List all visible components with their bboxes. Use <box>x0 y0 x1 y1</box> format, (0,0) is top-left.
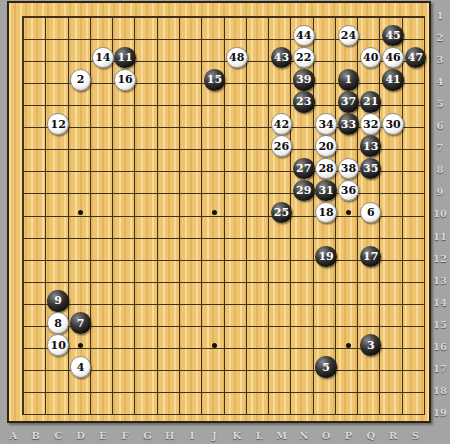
intersection-K15[interactable] <box>226 312 248 334</box>
intersection-R17[interactable] <box>382 356 404 378</box>
intersection-G10[interactable] <box>136 201 158 223</box>
intersection-M2[interactable] <box>270 25 292 47</box>
intersection-G6[interactable] <box>136 113 158 135</box>
intersection-Q12[interactable]: 17 <box>360 246 382 268</box>
intersection-E9[interactable] <box>92 179 114 201</box>
intersection-K14[interactable] <box>226 290 248 312</box>
intersection-I8[interactable] <box>181 157 203 179</box>
intersection-N15[interactable] <box>293 312 315 334</box>
intersection-J1[interactable] <box>203 2 225 24</box>
intersection-G5[interactable] <box>136 91 158 113</box>
intersection-L17[interactable] <box>248 356 270 378</box>
intersection-D19[interactable] <box>69 400 91 422</box>
intersection-C13[interactable] <box>47 268 69 290</box>
intersection-J19[interactable] <box>203 400 225 422</box>
intersection-K1[interactable] <box>226 2 248 24</box>
intersection-F12[interactable] <box>114 246 136 268</box>
intersection-P15[interactable] <box>337 312 359 334</box>
intersection-R18[interactable] <box>382 378 404 400</box>
intersection-F7[interactable] <box>114 135 136 157</box>
intersection-F17[interactable] <box>114 356 136 378</box>
intersection-H12[interactable] <box>159 246 181 268</box>
intersection-L12[interactable] <box>248 246 270 268</box>
intersection-H15[interactable] <box>159 312 181 334</box>
intersection-F2[interactable] <box>114 25 136 47</box>
intersection-G18[interactable] <box>136 378 158 400</box>
intersection-G12[interactable] <box>136 246 158 268</box>
intersection-D5[interactable] <box>69 91 91 113</box>
intersection-P1[interactable] <box>337 2 359 24</box>
intersection-C11[interactable] <box>47 224 69 246</box>
intersection-G7[interactable] <box>136 135 158 157</box>
intersection-R19[interactable] <box>382 400 404 422</box>
intersection-S4[interactable] <box>404 69 426 91</box>
intersection-P3[interactable] <box>337 47 359 69</box>
intersection-K8[interactable] <box>226 157 248 179</box>
intersection-J7[interactable] <box>203 135 225 157</box>
intersection-S17[interactable] <box>404 356 426 378</box>
intersection-N13[interactable] <box>293 268 315 290</box>
intersection-H3[interactable] <box>159 47 181 69</box>
intersection-E7[interactable] <box>92 135 114 157</box>
intersection-Q17[interactable] <box>360 356 382 378</box>
intersection-A14[interactable] <box>2 290 24 312</box>
intersection-Q8[interactable]: 35 <box>360 157 382 179</box>
intersection-E8[interactable] <box>92 157 114 179</box>
intersection-B3[interactable] <box>25 47 47 69</box>
intersection-L11[interactable] <box>248 224 270 246</box>
intersection-H10[interactable] <box>159 201 181 223</box>
intersection-Q15[interactable] <box>360 312 382 334</box>
intersection-O7[interactable]: 20 <box>315 135 337 157</box>
intersection-O14[interactable] <box>315 290 337 312</box>
intersection-N16[interactable] <box>293 334 315 356</box>
intersection-M10[interactable]: 25 <box>270 201 292 223</box>
intersection-S15[interactable] <box>404 312 426 334</box>
intersection-B6[interactable] <box>25 113 47 135</box>
intersection-E11[interactable] <box>92 224 114 246</box>
intersection-E18[interactable] <box>92 378 114 400</box>
intersection-O2[interactable] <box>315 25 337 47</box>
intersection-C8[interactable] <box>47 157 69 179</box>
intersection-R2[interactable]: 45 <box>382 25 404 47</box>
intersection-I7[interactable] <box>181 135 203 157</box>
intersection-O12[interactable]: 19 <box>315 246 337 268</box>
intersection-S2[interactable] <box>404 25 426 47</box>
intersection-M3[interactable]: 43 <box>270 47 292 69</box>
intersection-G19[interactable] <box>136 400 158 422</box>
intersection-R5[interactable] <box>382 91 404 113</box>
intersection-O3[interactable] <box>315 47 337 69</box>
intersection-B15[interactable] <box>25 312 47 334</box>
intersection-F9[interactable] <box>114 179 136 201</box>
intersection-A8[interactable] <box>2 157 24 179</box>
intersection-K17[interactable] <box>226 356 248 378</box>
intersection-Q14[interactable] <box>360 290 382 312</box>
intersection-C1[interactable] <box>47 2 69 24</box>
intersection-D17[interactable]: 4 <box>69 356 91 378</box>
intersection-K16[interactable] <box>226 334 248 356</box>
intersection-A10[interactable] <box>2 201 24 223</box>
intersection-S19[interactable] <box>404 400 426 422</box>
intersection-B13[interactable] <box>25 268 47 290</box>
intersection-K12[interactable] <box>226 246 248 268</box>
intersection-Q9[interactable] <box>360 179 382 201</box>
intersection-S11[interactable] <box>404 224 426 246</box>
intersection-C18[interactable] <box>47 378 69 400</box>
intersection-H7[interactable] <box>159 135 181 157</box>
intersection-Q2[interactable] <box>360 25 382 47</box>
intersection-I16[interactable] <box>181 334 203 356</box>
intersection-S8[interactable] <box>404 157 426 179</box>
intersection-F15[interactable] <box>114 312 136 334</box>
intersection-I13[interactable] <box>181 268 203 290</box>
intersection-S3[interactable]: 47 <box>404 47 426 69</box>
intersection-H16[interactable] <box>159 334 181 356</box>
intersection-B12[interactable] <box>25 246 47 268</box>
intersection-N6[interactable] <box>293 113 315 135</box>
intersection-E3[interactable]: 14 <box>92 47 114 69</box>
intersection-M11[interactable] <box>270 224 292 246</box>
intersection-S18[interactable] <box>404 378 426 400</box>
intersection-K18[interactable] <box>226 378 248 400</box>
intersection-J9[interactable] <box>203 179 225 201</box>
intersection-B10[interactable] <box>25 201 47 223</box>
intersection-M14[interactable] <box>270 290 292 312</box>
intersection-L8[interactable] <box>248 157 270 179</box>
intersection-O8[interactable]: 28 <box>315 157 337 179</box>
intersection-S16[interactable] <box>404 334 426 356</box>
intersection-P6[interactable]: 33 <box>337 113 359 135</box>
intersection-F18[interactable] <box>114 378 136 400</box>
intersection-R6[interactable]: 30 <box>382 113 404 135</box>
intersection-Q5[interactable]: 21 <box>360 91 382 113</box>
intersection-J18[interactable] <box>203 378 225 400</box>
intersection-B11[interactable] <box>25 224 47 246</box>
intersection-R8[interactable] <box>382 157 404 179</box>
intersection-I2[interactable] <box>181 25 203 47</box>
intersection-R1[interactable] <box>382 2 404 24</box>
intersection-G9[interactable] <box>136 179 158 201</box>
intersection-J17[interactable] <box>203 356 225 378</box>
intersection-R7[interactable] <box>382 135 404 157</box>
intersection-N18[interactable] <box>293 378 315 400</box>
intersection-P17[interactable] <box>337 356 359 378</box>
intersection-I17[interactable] <box>181 356 203 378</box>
intersection-D18[interactable] <box>69 378 91 400</box>
intersection-M6[interactable]: 42 <box>270 113 292 135</box>
intersection-K19[interactable] <box>226 400 248 422</box>
intersection-B4[interactable] <box>25 69 47 91</box>
intersection-A11[interactable] <box>2 224 24 246</box>
intersection-Q10[interactable]: 6 <box>360 201 382 223</box>
intersection-Q6[interactable]: 32 <box>360 113 382 135</box>
intersection-L4[interactable] <box>248 69 270 91</box>
intersection-I9[interactable] <box>181 179 203 201</box>
intersection-L9[interactable] <box>248 179 270 201</box>
intersection-H19[interactable] <box>159 400 181 422</box>
intersection-R9[interactable] <box>382 179 404 201</box>
intersection-P9[interactable]: 36 <box>337 179 359 201</box>
intersection-A18[interactable] <box>2 378 24 400</box>
intersection-J3[interactable] <box>203 47 225 69</box>
intersection-K6[interactable] <box>226 113 248 135</box>
intersection-G4[interactable] <box>136 69 158 91</box>
intersection-I15[interactable] <box>181 312 203 334</box>
intersection-H13[interactable] <box>159 268 181 290</box>
intersection-A16[interactable] <box>2 334 24 356</box>
intersection-E15[interactable] <box>92 312 114 334</box>
intersection-D3[interactable] <box>69 47 91 69</box>
intersection-I3[interactable] <box>181 47 203 69</box>
intersection-A15[interactable] <box>2 312 24 334</box>
intersection-G16[interactable] <box>136 334 158 356</box>
intersection-M9[interactable] <box>270 179 292 201</box>
intersection-M18[interactable] <box>270 378 292 400</box>
intersection-P19[interactable] <box>337 400 359 422</box>
intersection-Q7[interactable]: 13 <box>360 135 382 157</box>
intersection-P2[interactable]: 24 <box>337 25 359 47</box>
intersection-L10[interactable] <box>248 201 270 223</box>
intersection-I18[interactable] <box>181 378 203 400</box>
intersection-O17[interactable]: 5 <box>315 356 337 378</box>
intersection-G17[interactable] <box>136 356 158 378</box>
intersection-B14[interactable] <box>25 290 47 312</box>
intersection-B9[interactable] <box>25 179 47 201</box>
intersection-O10[interactable]: 18 <box>315 201 337 223</box>
intersection-A13[interactable] <box>2 268 24 290</box>
intersection-S10[interactable] <box>404 201 426 223</box>
intersection-D4[interactable]: 2 <box>69 69 91 91</box>
intersection-R15[interactable] <box>382 312 404 334</box>
intersection-I6[interactable] <box>181 113 203 135</box>
intersection-M15[interactable] <box>270 312 292 334</box>
intersection-R10[interactable] <box>382 201 404 223</box>
intersection-G13[interactable] <box>136 268 158 290</box>
intersection-G3[interactable] <box>136 47 158 69</box>
intersection-P8[interactable]: 38 <box>337 157 359 179</box>
intersection-F13[interactable] <box>114 268 136 290</box>
intersection-P4[interactable]: 1 <box>337 69 359 91</box>
intersection-C19[interactable] <box>47 400 69 422</box>
intersection-N4[interactable]: 39 <box>293 69 315 91</box>
intersection-K5[interactable] <box>226 91 248 113</box>
intersection-B5[interactable] <box>25 91 47 113</box>
intersection-B19[interactable] <box>25 400 47 422</box>
intersection-N10[interactable] <box>293 201 315 223</box>
intersection-S12[interactable] <box>404 246 426 268</box>
intersection-A6[interactable] <box>2 113 24 135</box>
intersection-J13[interactable] <box>203 268 225 290</box>
intersection-G8[interactable] <box>136 157 158 179</box>
intersection-O6[interactable]: 34 <box>315 113 337 135</box>
intersection-M8[interactable] <box>270 157 292 179</box>
intersection-E14[interactable] <box>92 290 114 312</box>
intersection-F10[interactable] <box>114 201 136 223</box>
intersection-J2[interactable] <box>203 25 225 47</box>
intersection-P12[interactable] <box>337 246 359 268</box>
intersection-Q16[interactable]: 3 <box>360 334 382 356</box>
intersection-C4[interactable] <box>47 69 69 91</box>
intersection-H6[interactable] <box>159 113 181 135</box>
intersection-S5[interactable] <box>404 91 426 113</box>
intersection-H18[interactable] <box>159 378 181 400</box>
intersection-N12[interactable] <box>293 246 315 268</box>
intersection-S7[interactable] <box>404 135 426 157</box>
intersection-G11[interactable] <box>136 224 158 246</box>
intersection-F6[interactable] <box>114 113 136 135</box>
intersection-L1[interactable] <box>248 2 270 24</box>
intersection-C9[interactable] <box>47 179 69 201</box>
intersection-I1[interactable] <box>181 2 203 24</box>
intersection-L19[interactable] <box>248 400 270 422</box>
intersection-C2[interactable] <box>47 25 69 47</box>
intersection-M7[interactable]: 26 <box>270 135 292 157</box>
intersection-L13[interactable] <box>248 268 270 290</box>
intersection-N7[interactable] <box>293 135 315 157</box>
intersection-C6[interactable]: 12 <box>47 113 69 135</box>
intersection-I14[interactable] <box>181 290 203 312</box>
intersection-H5[interactable] <box>159 91 181 113</box>
intersection-H11[interactable] <box>159 224 181 246</box>
intersection-N5[interactable]: 23 <box>293 91 315 113</box>
intersection-J8[interactable] <box>203 157 225 179</box>
intersection-D13[interactable] <box>69 268 91 290</box>
intersection-L14[interactable] <box>248 290 270 312</box>
intersection-P14[interactable] <box>337 290 359 312</box>
intersection-C3[interactable] <box>47 47 69 69</box>
intersection-Q13[interactable] <box>360 268 382 290</box>
intersection-A3[interactable] <box>2 47 24 69</box>
intersection-D2[interactable] <box>69 25 91 47</box>
intersection-S14[interactable] <box>404 290 426 312</box>
intersection-L2[interactable] <box>248 25 270 47</box>
intersection-J4[interactable]: 15 <box>203 69 225 91</box>
intersection-Q4[interactable] <box>360 69 382 91</box>
intersection-N2[interactable]: 44 <box>293 25 315 47</box>
intersection-E1[interactable] <box>92 2 114 24</box>
intersection-N9[interactable]: 29 <box>293 179 315 201</box>
intersection-K7[interactable] <box>226 135 248 157</box>
intersection-I12[interactable] <box>181 246 203 268</box>
intersection-K4[interactable] <box>226 69 248 91</box>
intersection-G2[interactable] <box>136 25 158 47</box>
intersection-B7[interactable] <box>25 135 47 157</box>
intersection-J11[interactable] <box>203 224 225 246</box>
intersection-J5[interactable] <box>203 91 225 113</box>
intersection-E5[interactable] <box>92 91 114 113</box>
intersection-J15[interactable] <box>203 312 225 334</box>
intersection-A7[interactable] <box>2 135 24 157</box>
intersection-O13[interactable] <box>315 268 337 290</box>
intersection-I11[interactable] <box>181 224 203 246</box>
intersection-R11[interactable] <box>382 224 404 246</box>
intersection-S9[interactable] <box>404 179 426 201</box>
intersection-M1[interactable] <box>270 2 292 24</box>
intersection-Q11[interactable] <box>360 224 382 246</box>
intersection-I4[interactable] <box>181 69 203 91</box>
intersection-I5[interactable] <box>181 91 203 113</box>
intersection-D6[interactable] <box>69 113 91 135</box>
intersection-J14[interactable] <box>203 290 225 312</box>
intersection-N17[interactable] <box>293 356 315 378</box>
intersection-Q19[interactable] <box>360 400 382 422</box>
intersection-M13[interactable] <box>270 268 292 290</box>
intersection-K3[interactable]: 48 <box>226 47 248 69</box>
intersection-D11[interactable] <box>69 224 91 246</box>
intersection-H2[interactable] <box>159 25 181 47</box>
intersection-L18[interactable] <box>248 378 270 400</box>
intersection-H14[interactable] <box>159 290 181 312</box>
intersection-A12[interactable] <box>2 246 24 268</box>
intersection-H4[interactable] <box>159 69 181 91</box>
intersection-N1[interactable] <box>293 2 315 24</box>
intersection-D14[interactable] <box>69 290 91 312</box>
intersection-L15[interactable] <box>248 312 270 334</box>
intersection-E19[interactable] <box>92 400 114 422</box>
intersection-F5[interactable] <box>114 91 136 113</box>
intersection-M12[interactable] <box>270 246 292 268</box>
intersection-H8[interactable] <box>159 157 181 179</box>
intersection-B1[interactable] <box>25 2 47 24</box>
intersection-D8[interactable] <box>69 157 91 179</box>
intersection-I19[interactable] <box>181 400 203 422</box>
intersection-P18[interactable] <box>337 378 359 400</box>
intersection-L6[interactable] <box>248 113 270 135</box>
intersection-D7[interactable] <box>69 135 91 157</box>
intersection-G14[interactable] <box>136 290 158 312</box>
intersection-L5[interactable] <box>248 91 270 113</box>
intersection-D1[interactable] <box>69 2 91 24</box>
intersection-C16[interactable]: 10 <box>47 334 69 356</box>
intersection-O9[interactable]: 31 <box>315 179 337 201</box>
intersection-M4[interactable] <box>270 69 292 91</box>
intersection-H17[interactable] <box>159 356 181 378</box>
intersection-E17[interactable] <box>92 356 114 378</box>
intersection-B8[interactable] <box>25 157 47 179</box>
intersection-O19[interactable] <box>315 400 337 422</box>
intersection-M5[interactable] <box>270 91 292 113</box>
intersection-L16[interactable] <box>248 334 270 356</box>
intersection-Q3[interactable]: 40 <box>360 47 382 69</box>
intersection-A19[interactable] <box>2 400 24 422</box>
intersection-M16[interactable] <box>270 334 292 356</box>
intersection-O15[interactable] <box>315 312 337 334</box>
intersection-F3[interactable]: 11 <box>114 47 136 69</box>
intersection-F1[interactable] <box>114 2 136 24</box>
intersection-N8[interactable]: 27 <box>293 157 315 179</box>
intersection-C15[interactable]: 8 <box>47 312 69 334</box>
intersection-E16[interactable] <box>92 334 114 356</box>
intersection-N11[interactable] <box>293 224 315 246</box>
intersection-F8[interactable] <box>114 157 136 179</box>
intersection-P5[interactable]: 37 <box>337 91 359 113</box>
intersection-M17[interactable] <box>270 356 292 378</box>
intersection-A2[interactable] <box>2 25 24 47</box>
intersection-E12[interactable] <box>92 246 114 268</box>
intersection-C7[interactable] <box>47 135 69 157</box>
intersection-A4[interactable] <box>2 69 24 91</box>
intersection-B17[interactable] <box>25 356 47 378</box>
intersection-G15[interactable] <box>136 312 158 334</box>
intersection-K13[interactable] <box>226 268 248 290</box>
intersection-R16[interactable] <box>382 334 404 356</box>
intersection-E10[interactable] <box>92 201 114 223</box>
intersection-A9[interactable] <box>2 179 24 201</box>
intersection-H9[interactable] <box>159 179 181 201</box>
intersection-J6[interactable] <box>203 113 225 135</box>
intersection-J12[interactable] <box>203 246 225 268</box>
